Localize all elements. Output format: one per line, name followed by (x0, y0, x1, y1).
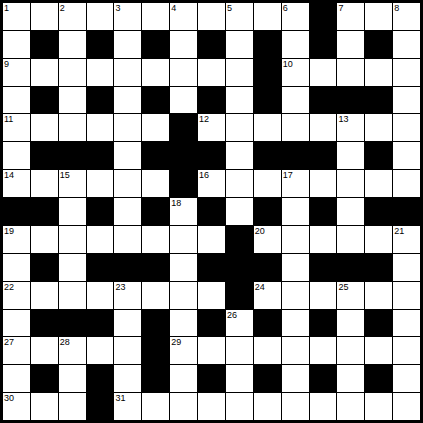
black-cell-r7c5 (142, 198, 169, 225)
cell-r1c10[interactable] (282, 31, 309, 58)
clue-number-25: 25 (338, 282, 348, 292)
cell-r0c2[interactable]: 2 (59, 3, 86, 30)
black-cell-r9c4 (114, 254, 141, 281)
cell-r9c0[interactable] (3, 254, 30, 281)
cell-r3c2[interactable] (59, 87, 86, 114)
cell-r8c7[interactable] (198, 226, 225, 253)
black-cell-r7c11 (310, 198, 337, 225)
cell-r10c5[interactable] (142, 282, 169, 309)
black-cell-r9c7 (198, 254, 225, 281)
cell-r2c4[interactable] (114, 59, 141, 86)
cell-r6c9[interactable] (254, 170, 281, 197)
cell-r1c6[interactable] (170, 31, 197, 58)
clue-number-17: 17 (283, 170, 293, 180)
black-cell-r11c9 (254, 310, 281, 337)
black-cell-r3c13 (365, 87, 392, 114)
clue-number-21: 21 (394, 226, 404, 236)
black-cell-r9c12 (337, 254, 364, 281)
cell-r10c13[interactable] (365, 282, 392, 309)
clue-number-14: 14 (4, 170, 14, 180)
cell-r11c4[interactable] (114, 310, 141, 337)
cell-r8c2[interactable] (59, 226, 86, 253)
cell-r8c9[interactable]: 20 (254, 226, 281, 253)
black-cell-r9c5 (142, 254, 169, 281)
clue-number-6: 6 (283, 3, 288, 13)
clue-number-9: 9 (4, 59, 9, 69)
cell-r3c6[interactable] (170, 87, 197, 114)
cell-r10c10[interactable] (282, 282, 309, 309)
black-cell-r13c9 (254, 365, 281, 392)
clue-number-12: 12 (199, 114, 209, 124)
black-cell-r5c6 (170, 142, 197, 169)
cell-r12c12[interactable] (337, 337, 364, 364)
cell-r8c12[interactable] (337, 226, 364, 253)
cell-r1c2[interactable] (59, 31, 86, 58)
cell-r4c5[interactable] (142, 114, 169, 141)
cell-r12c1[interactable] (31, 337, 58, 364)
cell-r10c7[interactable] (198, 282, 225, 309)
cell-r8c6[interactable] (170, 226, 197, 253)
black-cell-r7c13 (365, 198, 392, 225)
clue-number-20: 20 (255, 226, 265, 236)
cell-r3c8[interactable] (226, 87, 253, 114)
cell-r2c13[interactable] (365, 59, 392, 86)
cell-r10c14[interactable] (393, 282, 420, 309)
cell-r7c2[interactable] (59, 198, 86, 225)
cell-r8c3[interactable] (87, 226, 114, 253)
clue-number-11: 11 (4, 114, 13, 124)
cell-r12c2[interactable]: 28 (59, 337, 86, 364)
cell-r10c3[interactable] (87, 282, 114, 309)
cell-r13c6[interactable] (170, 365, 197, 392)
clue-number-29: 29 (171, 337, 181, 347)
cell-r10c2[interactable] (59, 282, 86, 309)
black-cell-r13c7 (198, 365, 225, 392)
black-cell-r1c5 (142, 31, 169, 58)
cell-r0c7[interactable] (198, 3, 225, 30)
cell-r6c14[interactable] (393, 170, 420, 197)
black-cell-r5c1 (31, 142, 58, 169)
cell-r12c8[interactable] (226, 337, 253, 364)
cell-r4c13[interactable] (365, 114, 392, 141)
cell-r0c13[interactable] (365, 3, 392, 30)
cell-r6c8[interactable] (226, 170, 253, 197)
black-cell-r13c1 (31, 365, 58, 392)
cell-r3c4[interactable] (114, 87, 141, 114)
cell-r6c2[interactable]: 15 (59, 170, 86, 197)
cell-r14c12[interactable] (337, 393, 364, 420)
cell-r12c10[interactable] (282, 337, 309, 364)
black-cell-r6c6 (170, 170, 197, 197)
cell-r11c6[interactable] (170, 310, 197, 337)
cell-r0c3[interactable] (87, 3, 114, 30)
cell-r11c12[interactable] (337, 310, 364, 337)
clue-number-26: 26 (227, 310, 237, 320)
cell-r6c13[interactable] (365, 170, 392, 197)
black-cell-r13c11 (310, 365, 337, 392)
crossword-grid: 1234567891011121314151617181920212223242… (0, 0, 423, 423)
black-cell-r3c1 (31, 87, 58, 114)
cell-r13c4[interactable] (114, 365, 141, 392)
cell-r1c4[interactable] (114, 31, 141, 58)
black-cell-r1c7 (198, 31, 225, 58)
clue-number-19: 19 (4, 226, 14, 236)
cell-r8c10[interactable] (282, 226, 309, 253)
cell-r10c11[interactable] (310, 282, 337, 309)
cell-r14c0[interactable]: 30 (3, 393, 30, 420)
cell-r12c4[interactable] (114, 337, 141, 364)
cell-r0c9[interactable] (254, 3, 281, 30)
black-cell-r11c11 (310, 310, 337, 337)
cell-r14c14[interactable] (393, 393, 420, 420)
cell-r14c1[interactable] (31, 393, 58, 420)
cell-r2c7[interactable] (198, 59, 225, 86)
cell-r10c0[interactable]: 22 (3, 282, 30, 309)
black-cell-r7c1 (31, 198, 58, 225)
cell-r12c6[interactable]: 29 (170, 337, 197, 364)
cell-r6c4[interactable] (114, 170, 141, 197)
cell-r7c4[interactable] (114, 198, 141, 225)
cell-r4c10[interactable] (282, 114, 309, 141)
clue-number-31: 31 (115, 393, 125, 403)
clue-number-18: 18 (171, 198, 181, 208)
cell-r13c14[interactable] (393, 365, 420, 392)
cell-r8c14[interactable]: 21 (393, 226, 420, 253)
clue-number-4: 4 (171, 3, 176, 13)
black-cell-r1c9 (254, 31, 281, 58)
black-cell-r11c5 (142, 310, 169, 337)
black-cell-r3c5 (142, 87, 169, 114)
cell-r9c10[interactable] (282, 254, 309, 281)
black-cell-r1c3 (87, 31, 114, 58)
cell-r0c12[interactable]: 7 (337, 3, 364, 30)
cell-r12c14[interactable] (393, 337, 420, 364)
cell-r3c0[interactable] (3, 87, 30, 114)
cell-r14c11[interactable] (310, 393, 337, 420)
cell-r8c5[interactable] (142, 226, 169, 253)
cell-r11c0[interactable] (3, 310, 30, 337)
cell-r4c14[interactable] (393, 114, 420, 141)
black-cell-r14c3 (87, 393, 114, 420)
cell-r6c1[interactable] (31, 170, 58, 197)
black-cell-r5c5 (142, 142, 169, 169)
cell-r5c8[interactable] (226, 142, 253, 169)
clue-number-27: 27 (4, 337, 14, 347)
black-cell-r1c13 (365, 31, 392, 58)
cell-r4c12[interactable]: 13 (337, 114, 364, 141)
cell-r0c5[interactable] (142, 3, 169, 30)
cell-r12c3[interactable] (87, 337, 114, 364)
cell-r9c14[interactable] (393, 254, 420, 281)
cell-r6c12[interactable] (337, 170, 364, 197)
cell-r1c8[interactable] (226, 31, 253, 58)
cell-r8c4[interactable] (114, 226, 141, 253)
clue-number-13: 13 (338, 114, 348, 124)
black-cell-r1c11 (310, 31, 337, 58)
black-cell-r5c9 (254, 142, 281, 169)
clue-number-8: 8 (394, 3, 399, 13)
black-cell-r9c3 (87, 254, 114, 281)
cell-r4c9[interactable] (254, 114, 281, 141)
clue-number-30: 30 (4, 393, 14, 403)
cell-r8c13[interactable] (365, 226, 392, 253)
cell-r0c0[interactable]: 1 (3, 3, 30, 30)
cell-r1c12[interactable] (337, 31, 364, 58)
cell-r2c14[interactable] (393, 59, 420, 86)
cell-r10c6[interactable] (170, 282, 197, 309)
cell-r6c5[interactable] (142, 170, 169, 197)
cell-r6c11[interactable] (310, 170, 337, 197)
clue-number-23: 23 (115, 282, 125, 292)
cell-r5c0[interactable] (3, 142, 30, 169)
cell-r8c0[interactable]: 19 (3, 226, 30, 253)
cell-r9c2[interactable] (59, 254, 86, 281)
cell-r2c3[interactable] (87, 59, 114, 86)
cell-r0c6[interactable]: 4 (170, 3, 197, 30)
cell-r10c1[interactable] (31, 282, 58, 309)
black-cell-r7c3 (87, 198, 114, 225)
black-cell-r9c8 (226, 254, 253, 281)
black-cell-r11c7 (198, 310, 225, 337)
cell-r14c4[interactable]: 31 (114, 393, 141, 420)
clue-number-5: 5 (227, 3, 232, 13)
cell-r2c8[interactable] (226, 59, 253, 86)
black-cell-r9c9 (254, 254, 281, 281)
black-cell-r13c13 (365, 365, 392, 392)
cell-r0c10[interactable]: 6 (282, 3, 309, 30)
cell-r6c3[interactable] (87, 170, 114, 197)
black-cell-r2c9 (254, 59, 281, 86)
cell-r7c10[interactable] (282, 198, 309, 225)
cell-r14c6[interactable] (170, 393, 197, 420)
cell-r14c13[interactable] (365, 393, 392, 420)
cell-r7c12[interactable] (337, 198, 364, 225)
black-cell-r5c3 (87, 142, 114, 169)
cell-r0c4[interactable]: 3 (114, 3, 141, 30)
cell-r13c8[interactable] (226, 365, 253, 392)
cell-r12c13[interactable] (365, 337, 392, 364)
cell-r7c8[interactable] (226, 198, 253, 225)
cell-r11c10[interactable] (282, 310, 309, 337)
cell-r12c7[interactable] (198, 337, 225, 364)
cell-r5c14[interactable] (393, 142, 420, 169)
cell-r4c11[interactable] (310, 114, 337, 141)
cell-r14c2[interactable] (59, 393, 86, 420)
black-cell-r7c9 (254, 198, 281, 225)
cell-r14c10[interactable] (282, 393, 309, 420)
cell-r2c5[interactable] (142, 59, 169, 86)
cell-r14c7[interactable] (198, 393, 225, 420)
clue-number-10: 10 (283, 59, 293, 69)
cell-r11c14[interactable] (393, 310, 420, 337)
cell-r0c14[interactable]: 8 (393, 3, 420, 30)
cell-r2c11[interactable] (310, 59, 337, 86)
cell-r7c6[interactable]: 18 (170, 198, 197, 225)
black-cell-r3c3 (87, 87, 114, 114)
cell-r0c8[interactable]: 5 (226, 3, 253, 30)
cell-r14c8[interactable] (226, 393, 253, 420)
black-cell-r11c2 (59, 310, 86, 337)
black-cell-r5c13 (365, 142, 392, 169)
cell-r6c7[interactable]: 16 (198, 170, 225, 197)
black-cell-r5c10 (282, 142, 309, 169)
cell-r13c10[interactable] (282, 365, 309, 392)
clue-number-2: 2 (60, 3, 65, 13)
cell-r13c2[interactable] (59, 365, 86, 392)
cell-r2c2[interactable] (59, 59, 86, 86)
cell-r4c8[interactable] (226, 114, 253, 141)
black-cell-r5c7 (198, 142, 225, 169)
black-cell-r7c7 (198, 198, 225, 225)
cell-r6c0[interactable]: 14 (3, 170, 30, 197)
black-cell-r11c1 (31, 310, 58, 337)
black-cell-r9c11 (310, 254, 337, 281)
cell-r2c1[interactable] (31, 59, 58, 86)
cell-r2c6[interactable] (170, 59, 197, 86)
cell-r8c11[interactable] (310, 226, 337, 253)
black-cell-r9c1 (31, 254, 58, 281)
black-cell-r3c9 (254, 87, 281, 114)
black-cell-r9c13 (365, 254, 392, 281)
clue-number-22: 22 (4, 282, 14, 292)
cell-r12c0[interactable]: 27 (3, 337, 30, 364)
clue-number-24: 24 (255, 282, 265, 292)
cell-r2c10[interactable]: 10 (282, 59, 309, 86)
clue-number-28: 28 (60, 337, 70, 347)
cell-r9c6[interactable] (170, 254, 197, 281)
clue-number-1: 1 (4, 3, 9, 13)
cell-r3c10[interactable] (282, 87, 309, 114)
cell-r4c3[interactable] (87, 114, 114, 141)
cell-r0c1[interactable] (31, 3, 58, 30)
cell-r4c0[interactable]: 11 (3, 114, 30, 141)
cell-r6c10[interactable]: 17 (282, 170, 309, 197)
black-cell-r0c11 (310, 3, 337, 30)
cell-r2c0[interactable]: 9 (3, 59, 30, 86)
cell-r13c0[interactable] (3, 365, 30, 392)
black-cell-r3c11 (310, 87, 337, 114)
cell-r4c7[interactable]: 12 (198, 114, 225, 141)
black-cell-r3c12 (337, 87, 364, 114)
black-cell-r8c8 (226, 226, 253, 253)
black-cell-r10c8 (226, 282, 253, 309)
black-cell-r4c6 (170, 114, 197, 141)
clue-number-7: 7 (338, 3, 343, 13)
cell-r4c4[interactable] (114, 114, 141, 141)
cell-r1c0[interactable] (3, 31, 30, 58)
black-cell-r3c7 (198, 87, 225, 114)
black-cell-r11c3 (87, 310, 114, 337)
cell-r12c11[interactable] (310, 337, 337, 364)
cell-r3c14[interactable] (393, 87, 420, 114)
cell-r8c1[interactable] (31, 226, 58, 253)
cell-r4c2[interactable] (59, 114, 86, 141)
black-cell-r13c3 (87, 365, 114, 392)
cell-r5c4[interactable] (114, 142, 141, 169)
cell-r14c9[interactable] (254, 393, 281, 420)
cell-r13c12[interactable] (337, 365, 364, 392)
cell-r2c12[interactable] (337, 59, 364, 86)
black-cell-r1c1 (31, 31, 58, 58)
black-cell-r12c5 (142, 337, 169, 364)
black-cell-r13c5 (142, 365, 169, 392)
black-cell-r5c11 (310, 142, 337, 169)
cell-r11c8[interactable]: 26 (226, 310, 253, 337)
clue-number-15: 15 (60, 170, 70, 180)
black-cell-r11c13 (365, 310, 392, 337)
clue-number-16: 16 (199, 170, 209, 180)
black-cell-r7c14 (393, 198, 420, 225)
cell-r12c9[interactable] (254, 337, 281, 364)
black-cell-r7c0 (3, 198, 30, 225)
cell-r5c12[interactable] (337, 142, 364, 169)
cell-r10c12[interactable]: 25 (337, 282, 364, 309)
cell-r10c9[interactable]: 24 (254, 282, 281, 309)
cell-r14c5[interactable] (142, 393, 169, 420)
clue-number-3: 3 (115, 3, 120, 13)
cell-r4c1[interactable] (31, 114, 58, 141)
black-cell-r5c2 (59, 142, 86, 169)
cell-r10c4[interactable]: 23 (114, 282, 141, 309)
cell-r1c14[interactable] (393, 31, 420, 58)
